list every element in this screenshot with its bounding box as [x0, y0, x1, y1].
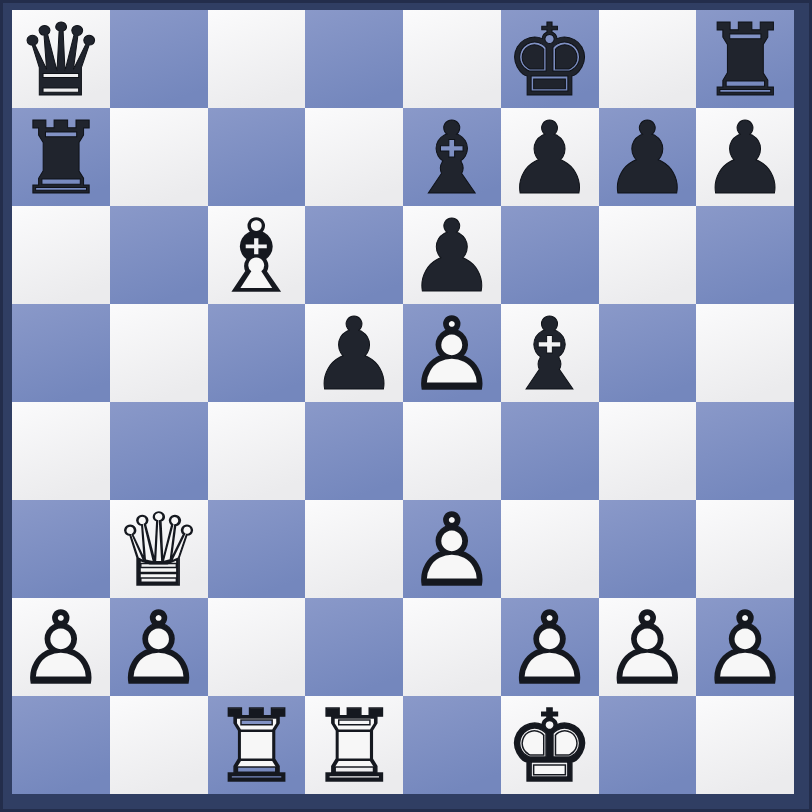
square-d8[interactable] — [305, 10, 403, 108]
square-f7[interactable]: ♟ — [501, 108, 599, 206]
black-king-glyph: ♚ — [505, 11, 595, 111]
white-queen[interactable]: ♛♕ — [110, 501, 207, 598]
black-bishop-glyph: ♝ — [505, 305, 595, 405]
square-d7[interactable] — [305, 108, 403, 206]
square-c1[interactable]: ♜♖ — [208, 696, 306, 794]
square-e5[interactable]: ♟♙ — [403, 304, 501, 402]
board-frame: ♛♚♜♜♝♟♟♟♝♗♟♟♟♙♝♛♕♟♙♟♙♟♙♟♙♟♙♟♙♜♖♜♖♚♔ — [0, 0, 812, 812]
black-bishop[interactable]: ♝ — [501, 305, 598, 402]
square-d4[interactable] — [305, 402, 403, 500]
square-g1[interactable] — [599, 696, 697, 794]
white-pawn[interactable]: ♟♙ — [110, 599, 207, 696]
square-b3[interactable]: ♛♕ — [110, 500, 208, 598]
black-pawn-glyph: ♟ — [309, 305, 399, 405]
white-rook[interactable]: ♜♖ — [306, 697, 403, 794]
white-rook-outline-glyph: ♖ — [212, 697, 302, 797]
black-rook[interactable]: ♜ — [12, 109, 109, 206]
white-pawn-outline-glyph: ♙ — [407, 305, 497, 405]
square-b4[interactable] — [110, 402, 208, 500]
black-bishop-glyph: ♝ — [407, 109, 497, 209]
square-g5[interactable] — [599, 304, 697, 402]
white-king-outline-glyph: ♔ — [505, 697, 595, 797]
square-b2[interactable]: ♟♙ — [110, 598, 208, 696]
white-king[interactable]: ♚♔ — [501, 697, 598, 794]
square-e1[interactable] — [403, 696, 501, 794]
square-e2[interactable] — [403, 598, 501, 696]
square-h7[interactable]: ♟ — [696, 108, 794, 206]
square-h4[interactable] — [696, 402, 794, 500]
square-h3[interactable] — [696, 500, 794, 598]
black-pawn[interactable]: ♟ — [501, 109, 598, 206]
square-d1[interactable]: ♜♖ — [305, 696, 403, 794]
black-pawn-glyph: ♟ — [603, 109, 693, 209]
black-pawn[interactable]: ♟ — [403, 207, 500, 304]
square-g3[interactable] — [599, 500, 697, 598]
square-b1[interactable] — [110, 696, 208, 794]
black-king[interactable]: ♚ — [501, 11, 598, 108]
white-bishop-outline-glyph: ♗ — [212, 207, 302, 307]
black-pawn[interactable]: ♟ — [306, 305, 403, 402]
white-rook-outline-glyph: ♖ — [309, 697, 399, 797]
white-queen-outline-glyph: ♕ — [114, 501, 204, 601]
black-pawn-glyph: ♟ — [505, 109, 595, 209]
white-pawn[interactable]: ♟♙ — [403, 501, 500, 598]
square-d5[interactable]: ♟ — [305, 304, 403, 402]
square-b8[interactable] — [110, 10, 208, 108]
white-pawn[interactable]: ♟♙ — [697, 599, 794, 696]
white-pawn[interactable]: ♟♙ — [12, 599, 109, 696]
square-c6[interactable]: ♝♗ — [208, 206, 306, 304]
square-c3[interactable] — [208, 500, 306, 598]
white-rook[interactable]: ♜♖ — [208, 697, 305, 794]
square-f8[interactable]: ♚ — [501, 10, 599, 108]
black-rook-glyph: ♜ — [700, 11, 790, 111]
square-h8[interactable]: ♜ — [696, 10, 794, 108]
white-pawn-outline-glyph: ♙ — [603, 599, 693, 699]
white-pawn-outline-glyph: ♙ — [407, 501, 497, 601]
white-pawn[interactable]: ♟♙ — [599, 599, 696, 696]
square-c5[interactable] — [208, 304, 306, 402]
square-a5[interactable] — [12, 304, 110, 402]
square-f2[interactable]: ♟♙ — [501, 598, 599, 696]
square-f4[interactable] — [501, 402, 599, 500]
square-a6[interactable] — [12, 206, 110, 304]
white-pawn[interactable]: ♟♙ — [403, 305, 500, 402]
square-a7[interactable]: ♜ — [12, 108, 110, 206]
chess-board: ♛♚♜♜♝♟♟♟♝♗♟♟♟♙♝♛♕♟♙♟♙♟♙♟♙♟♙♟♙♜♖♜♖♚♔ — [12, 10, 794, 794]
square-g2[interactable]: ♟♙ — [599, 598, 697, 696]
square-e6[interactable]: ♟ — [403, 206, 501, 304]
white-pawn-outline-glyph: ♙ — [114, 599, 204, 699]
square-d3[interactable] — [305, 500, 403, 598]
square-e7[interactable]: ♝ — [403, 108, 501, 206]
square-c8[interactable] — [208, 10, 306, 108]
white-bishop[interactable]: ♝♗ — [208, 207, 305, 304]
black-pawn[interactable]: ♟ — [697, 109, 794, 206]
square-h5[interactable] — [696, 304, 794, 402]
square-e4[interactable] — [403, 402, 501, 500]
black-pawn-glyph: ♟ — [700, 109, 790, 209]
square-e8[interactable] — [403, 10, 501, 108]
square-d6[interactable] — [305, 206, 403, 304]
square-g7[interactable]: ♟ — [599, 108, 697, 206]
white-pawn[interactable]: ♟♙ — [501, 599, 598, 696]
square-b5[interactable] — [110, 304, 208, 402]
square-a3[interactable] — [12, 500, 110, 598]
square-c2[interactable] — [208, 598, 306, 696]
white-pawn-outline-glyph: ♙ — [16, 599, 106, 699]
square-a8[interactable]: ♛ — [12, 10, 110, 108]
square-a1[interactable] — [12, 696, 110, 794]
white-pawn-outline-glyph: ♙ — [505, 599, 595, 699]
black-rook[interactable]: ♜ — [697, 11, 794, 108]
square-h1[interactable] — [696, 696, 794, 794]
black-rook-glyph: ♜ — [16, 109, 106, 209]
square-a4[interactable] — [12, 402, 110, 500]
black-queen[interactable]: ♛ — [12, 11, 109, 108]
square-h6[interactable] — [696, 206, 794, 304]
square-g6[interactable] — [599, 206, 697, 304]
square-f6[interactable] — [501, 206, 599, 304]
square-f5[interactable]: ♝ — [501, 304, 599, 402]
square-h2[interactable]: ♟♙ — [696, 598, 794, 696]
black-queen-glyph: ♛ — [16, 11, 106, 111]
square-c7[interactable] — [208, 108, 306, 206]
square-g8[interactable] — [599, 10, 697, 108]
black-pawn[interactable]: ♟ — [599, 109, 696, 206]
square-f3[interactable] — [501, 500, 599, 598]
square-b6[interactable] — [110, 206, 208, 304]
black-pawn-glyph: ♟ — [407, 207, 497, 307]
square-d2[interactable] — [305, 598, 403, 696]
square-e3[interactable]: ♟♙ — [403, 500, 501, 598]
square-f1[interactable]: ♚♔ — [501, 696, 599, 794]
square-a2[interactable]: ♟♙ — [12, 598, 110, 696]
square-b7[interactable] — [110, 108, 208, 206]
square-g4[interactable] — [599, 402, 697, 500]
square-c4[interactable] — [208, 402, 306, 500]
black-bishop[interactable]: ♝ — [403, 109, 500, 206]
white-pawn-outline-glyph: ♙ — [700, 599, 790, 699]
